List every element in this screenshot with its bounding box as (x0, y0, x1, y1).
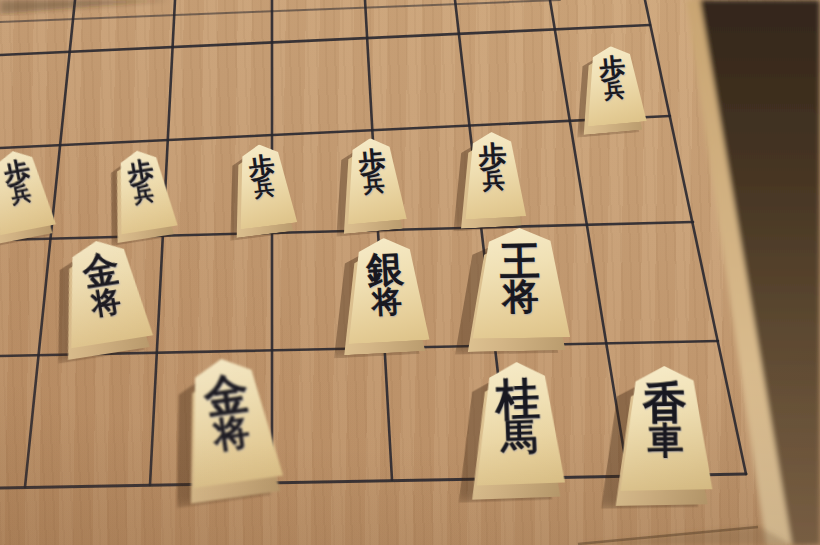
piece-pawn-2七[interactable]: 歩兵 (458, 130, 528, 219)
piece-kanji-bottom: 馬 (501, 419, 538, 456)
piece-kanji: 歩兵 (580, 54, 648, 103)
piece-kanji: 王将 (467, 241, 574, 316)
piece-kanji-top: 桂 (495, 377, 540, 422)
piece-kanji: 香車 (615, 381, 716, 460)
piece-kanji: 銀将 (340, 249, 431, 318)
piece-kanji-bottom: 兵 (604, 80, 626, 101)
piece-pawn-1六[interactable]: 歩兵 (579, 43, 650, 126)
piece-pawn-5七[interactable]: 歩兵 (106, 146, 180, 235)
pieces-layer: 歩兵歩兵歩兵歩兵歩兵歩兵王将銀将金将金将桂馬香車 (0, 0, 820, 545)
piece-kanji-bottom: 将 (371, 286, 402, 317)
piece-kanji-bottom: 兵 (253, 178, 275, 200)
piece-kanji-bottom: 将 (211, 414, 252, 454)
piece-kanji-top: 香 (643, 382, 688, 426)
piece-kanji: 歩兵 (339, 146, 407, 197)
piece-kanji: 歩兵 (459, 142, 527, 193)
piece-kanji-bottom: 兵 (363, 174, 386, 196)
piece-kanji-top: 王 (500, 242, 541, 282)
piece-kanji-bottom: 将 (502, 280, 539, 316)
piece-pawn-3七[interactable]: 歩兵 (338, 135, 409, 224)
piece-gold-5八[interactable]: 金将 (52, 234, 157, 349)
piece-kanji: 歩兵 (230, 151, 297, 202)
piece-silver-3八[interactable]: 銀将 (340, 236, 433, 344)
shogi-board-photo: 歩兵歩兵歩兵歩兵歩兵歩兵王将銀将金将金将桂馬香車 (0, 0, 820, 545)
piece-kanji-bottom: 将 (89, 286, 122, 319)
piece-kanji: 桂馬 (469, 376, 568, 457)
piece-gold-4九[interactable]: 金将 (173, 352, 287, 488)
piece-kanji-bottom: 兵 (10, 183, 33, 206)
piece-pawn-4七[interactable]: 歩兵 (228, 141, 300, 230)
piece-kanji-bottom: 兵 (133, 184, 156, 206)
piece-knight-2九[interactable]: 桂馬 (469, 360, 569, 485)
piece-kanji-bottom: 兵 (482, 169, 505, 192)
piece-kanji-top: 銀 (366, 251, 405, 289)
piece-kanji: 金将 (175, 368, 283, 458)
piece-lance-1九[interactable]: 香車 (614, 365, 716, 491)
piece-kanji-bottom: 車 (647, 424, 684, 460)
piece-pawn-6七[interactable]: 歩兵 (0, 145, 58, 235)
piece-king-2八[interactable]: 王将 (466, 227, 574, 339)
